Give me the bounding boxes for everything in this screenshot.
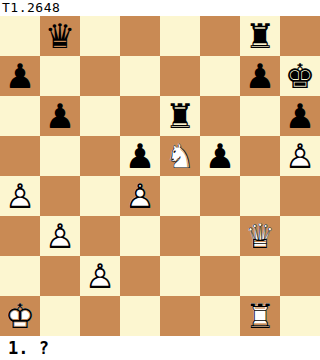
- square-h6[interactable]: ♟: [280, 96, 320, 136]
- square-c3[interactable]: [80, 216, 120, 256]
- square-e1[interactable]: [160, 296, 200, 336]
- square-f8[interactable]: [200, 16, 240, 56]
- piece-white-pawn[interactable]: ♟♙: [40, 216, 80, 256]
- square-b5[interactable]: [40, 136, 80, 176]
- square-b4[interactable]: [40, 176, 80, 216]
- piece-black-pawn[interactable]: ♟: [240, 56, 280, 96]
- square-a3[interactable]: [0, 216, 40, 256]
- piece-white-rook[interactable]: ♜♖: [240, 296, 280, 336]
- square-a6[interactable]: [0, 96, 40, 136]
- square-c5[interactable]: [80, 136, 120, 176]
- square-g7[interactable]: ♟: [240, 56, 280, 96]
- white-piece-outline-glyph: ♙: [80, 256, 120, 296]
- square-d4[interactable]: ♟♙: [120, 176, 160, 216]
- square-f4[interactable]: [200, 176, 240, 216]
- white-piece-outline-glyph: ♙: [280, 136, 320, 176]
- white-piece-outline-glyph: ♙: [40, 216, 80, 256]
- square-c6[interactable]: [80, 96, 120, 136]
- square-d1[interactable]: [120, 296, 160, 336]
- square-h3[interactable]: [280, 216, 320, 256]
- square-b6[interactable]: ♟: [40, 96, 80, 136]
- square-c1[interactable]: [80, 296, 120, 336]
- square-b3[interactable]: ♟♙: [40, 216, 80, 256]
- white-piece-outline-glyph: ♘: [160, 136, 200, 176]
- square-g3[interactable]: ♛♕: [240, 216, 280, 256]
- square-a8[interactable]: [0, 16, 40, 56]
- chess-app-window: T1.2648 ♛♜♟♟♚♟♜♟♟♞♘♟♟♙♟♙♟♙♟♙♛♕♟♙♚♔♜♖ 1. …: [0, 0, 320, 360]
- square-b1[interactable]: [40, 296, 80, 336]
- piece-black-pawn[interactable]: ♟: [0, 56, 40, 96]
- white-piece-outline-glyph: ♙: [120, 176, 160, 216]
- square-g6[interactable]: [240, 96, 280, 136]
- square-f7[interactable]: [200, 56, 240, 96]
- square-h4[interactable]: [280, 176, 320, 216]
- square-e8[interactable]: [160, 16, 200, 56]
- piece-white-queen[interactable]: ♛♕: [240, 216, 280, 256]
- square-a7[interactable]: ♟: [0, 56, 40, 96]
- move-prompt: 1. ?: [0, 336, 320, 360]
- square-h2[interactable]: [280, 256, 320, 296]
- piece-black-pawn[interactable]: ♟: [40, 96, 80, 136]
- page-title: T1.2648: [0, 0, 320, 16]
- piece-black-pawn[interactable]: ♟: [280, 96, 320, 136]
- square-h1[interactable]: [280, 296, 320, 336]
- square-c8[interactable]: [80, 16, 120, 56]
- square-c2[interactable]: ♟♙: [80, 256, 120, 296]
- square-h7[interactable]: ♚: [280, 56, 320, 96]
- square-e6[interactable]: ♜: [160, 96, 200, 136]
- piece-black-rook[interactable]: ♜: [240, 16, 280, 56]
- piece-white-pawn[interactable]: ♟♙: [80, 256, 120, 296]
- piece-white-pawn[interactable]: ♟♙: [120, 176, 160, 216]
- square-a4[interactable]: ♟♙: [0, 176, 40, 216]
- square-h8[interactable]: [280, 16, 320, 56]
- square-d8[interactable]: [120, 16, 160, 56]
- square-e4[interactable]: [160, 176, 200, 216]
- square-a2[interactable]: [0, 256, 40, 296]
- square-b7[interactable]: [40, 56, 80, 96]
- chess-board: ♛♜♟♟♚♟♜♟♟♞♘♟♟♙♟♙♟♙♟♙♛♕♟♙♚♔♜♖: [0, 16, 320, 336]
- piece-black-pawn[interactable]: ♟: [200, 136, 240, 176]
- square-g8[interactable]: ♜: [240, 16, 280, 56]
- square-e7[interactable]: [160, 56, 200, 96]
- piece-white-pawn[interactable]: ♟♙: [0, 176, 40, 216]
- square-a1[interactable]: ♚♔: [0, 296, 40, 336]
- square-g2[interactable]: [240, 256, 280, 296]
- white-piece-outline-glyph: ♕: [240, 216, 280, 256]
- square-c4[interactable]: [80, 176, 120, 216]
- square-f1[interactable]: [200, 296, 240, 336]
- white-piece-outline-glyph: ♙: [0, 176, 40, 216]
- square-f6[interactable]: [200, 96, 240, 136]
- piece-white-knight[interactable]: ♞♘: [160, 136, 200, 176]
- piece-white-pawn[interactable]: ♟♙: [280, 136, 320, 176]
- white-piece-outline-glyph: ♔: [0, 296, 40, 336]
- square-d7[interactable]: [120, 56, 160, 96]
- square-b8[interactable]: ♛: [40, 16, 80, 56]
- square-f5[interactable]: ♟: [200, 136, 240, 176]
- piece-black-rook[interactable]: ♜: [160, 96, 200, 136]
- square-g1[interactable]: ♜♖: [240, 296, 280, 336]
- square-d5[interactable]: ♟: [120, 136, 160, 176]
- piece-black-queen[interactable]: ♛: [40, 16, 80, 56]
- square-g5[interactable]: [240, 136, 280, 176]
- square-a5[interactable]: [0, 136, 40, 176]
- square-d2[interactable]: [120, 256, 160, 296]
- white-piece-outline-glyph: ♖: [240, 296, 280, 336]
- square-e2[interactable]: [160, 256, 200, 296]
- square-e3[interactable]: [160, 216, 200, 256]
- piece-white-king[interactable]: ♚♔: [0, 296, 40, 336]
- square-g4[interactable]: [240, 176, 280, 216]
- piece-black-pawn[interactable]: ♟: [120, 136, 160, 176]
- square-f2[interactable]: [200, 256, 240, 296]
- square-c7[interactable]: [80, 56, 120, 96]
- square-f3[interactable]: [200, 216, 240, 256]
- square-b2[interactable]: [40, 256, 80, 296]
- square-e5[interactable]: ♞♘: [160, 136, 200, 176]
- square-d6[interactable]: [120, 96, 160, 136]
- square-h5[interactable]: ♟♙: [280, 136, 320, 176]
- piece-black-king[interactable]: ♚: [280, 56, 320, 96]
- square-d3[interactable]: [120, 216, 160, 256]
